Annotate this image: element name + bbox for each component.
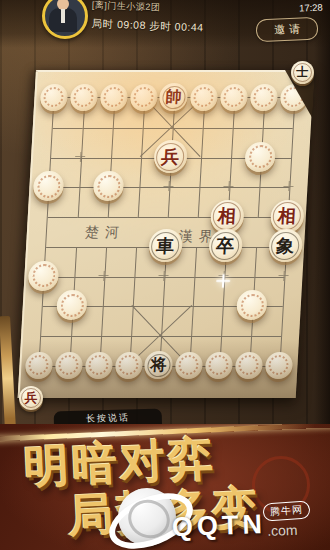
board-frame-gold-trim (0, 316, 16, 430)
point-marker (163, 181, 174, 191)
piece-black-hidden[interactable] (54, 352, 83, 379)
river-label-left: 楚河 (84, 224, 125, 242)
point-marker (98, 271, 109, 281)
player-name: [离]门生小源2团 (92, 0, 161, 14)
piece-black-hidden[interactable] (264, 352, 293, 379)
game-time-info: 局时 09:08 步时 00:44 (91, 17, 203, 35)
piece-black-象[interactable]: 象 (268, 229, 303, 262)
piece-red-hidden[interactable] (219, 84, 248, 111)
piece-red-hidden[interactable] (129, 84, 158, 111)
status-clock: 17:28 (299, 2, 323, 14)
point-marker (278, 271, 289, 281)
piece-black-hidden[interactable] (204, 352, 233, 379)
top-bar: [离]门生小源2团 局时 09:08 步时 00:44 17:28 邀请 (0, 0, 330, 48)
piece-red-hidden[interactable] (69, 84, 98, 111)
captured-piece-black-advisor: 士 (291, 61, 314, 84)
piece-black-hidden[interactable] (24, 352, 53, 379)
globe-icon (118, 488, 176, 546)
point-marker (223, 181, 234, 191)
watermark-tld: .com (267, 522, 298, 540)
point-marker (283, 181, 294, 191)
invite-button[interactable]: 邀请 (256, 17, 319, 43)
point-marker (75, 152, 86, 162)
piece-black-将[interactable]: 将 (144, 351, 174, 379)
last-move-sparkle (216, 274, 231, 288)
watermark-site-name: QQTN .com (171, 508, 297, 543)
player-avatar[interactable] (42, 0, 88, 39)
piece-red-hidden[interactable] (99, 84, 128, 111)
piece-red-hidden[interactable] (39, 84, 68, 111)
game-screen: [离]门生小源2团 局时 09:08 步时 00:44 17:28 邀请 楚河 … (0, 0, 330, 550)
piece-red-相[interactable]: 相 (269, 200, 304, 233)
piece-red-hidden[interactable] (189, 84, 218, 111)
piece-black-hidden[interactable] (234, 352, 263, 379)
piece-red-hidden[interactable] (249, 84, 278, 111)
avatar-shirt (61, 9, 65, 23)
piece-black-hidden[interactable] (174, 352, 203, 379)
point-marker (158, 271, 169, 281)
promo-banner: 明暗对弈 局势多变 腾牛网 QQTN .com (0, 424, 330, 550)
watermark-qqtn: QQTN (171, 509, 266, 543)
captured-piece-red-soldier: 兵 (19, 386, 43, 410)
piece-black-hidden[interactable] (114, 352, 143, 379)
xiangqi-board[interactable]: 楚河 漢界 帥兵相相車卒象将 (18, 70, 314, 398)
piece-black-hidden[interactable] (84, 352, 113, 379)
